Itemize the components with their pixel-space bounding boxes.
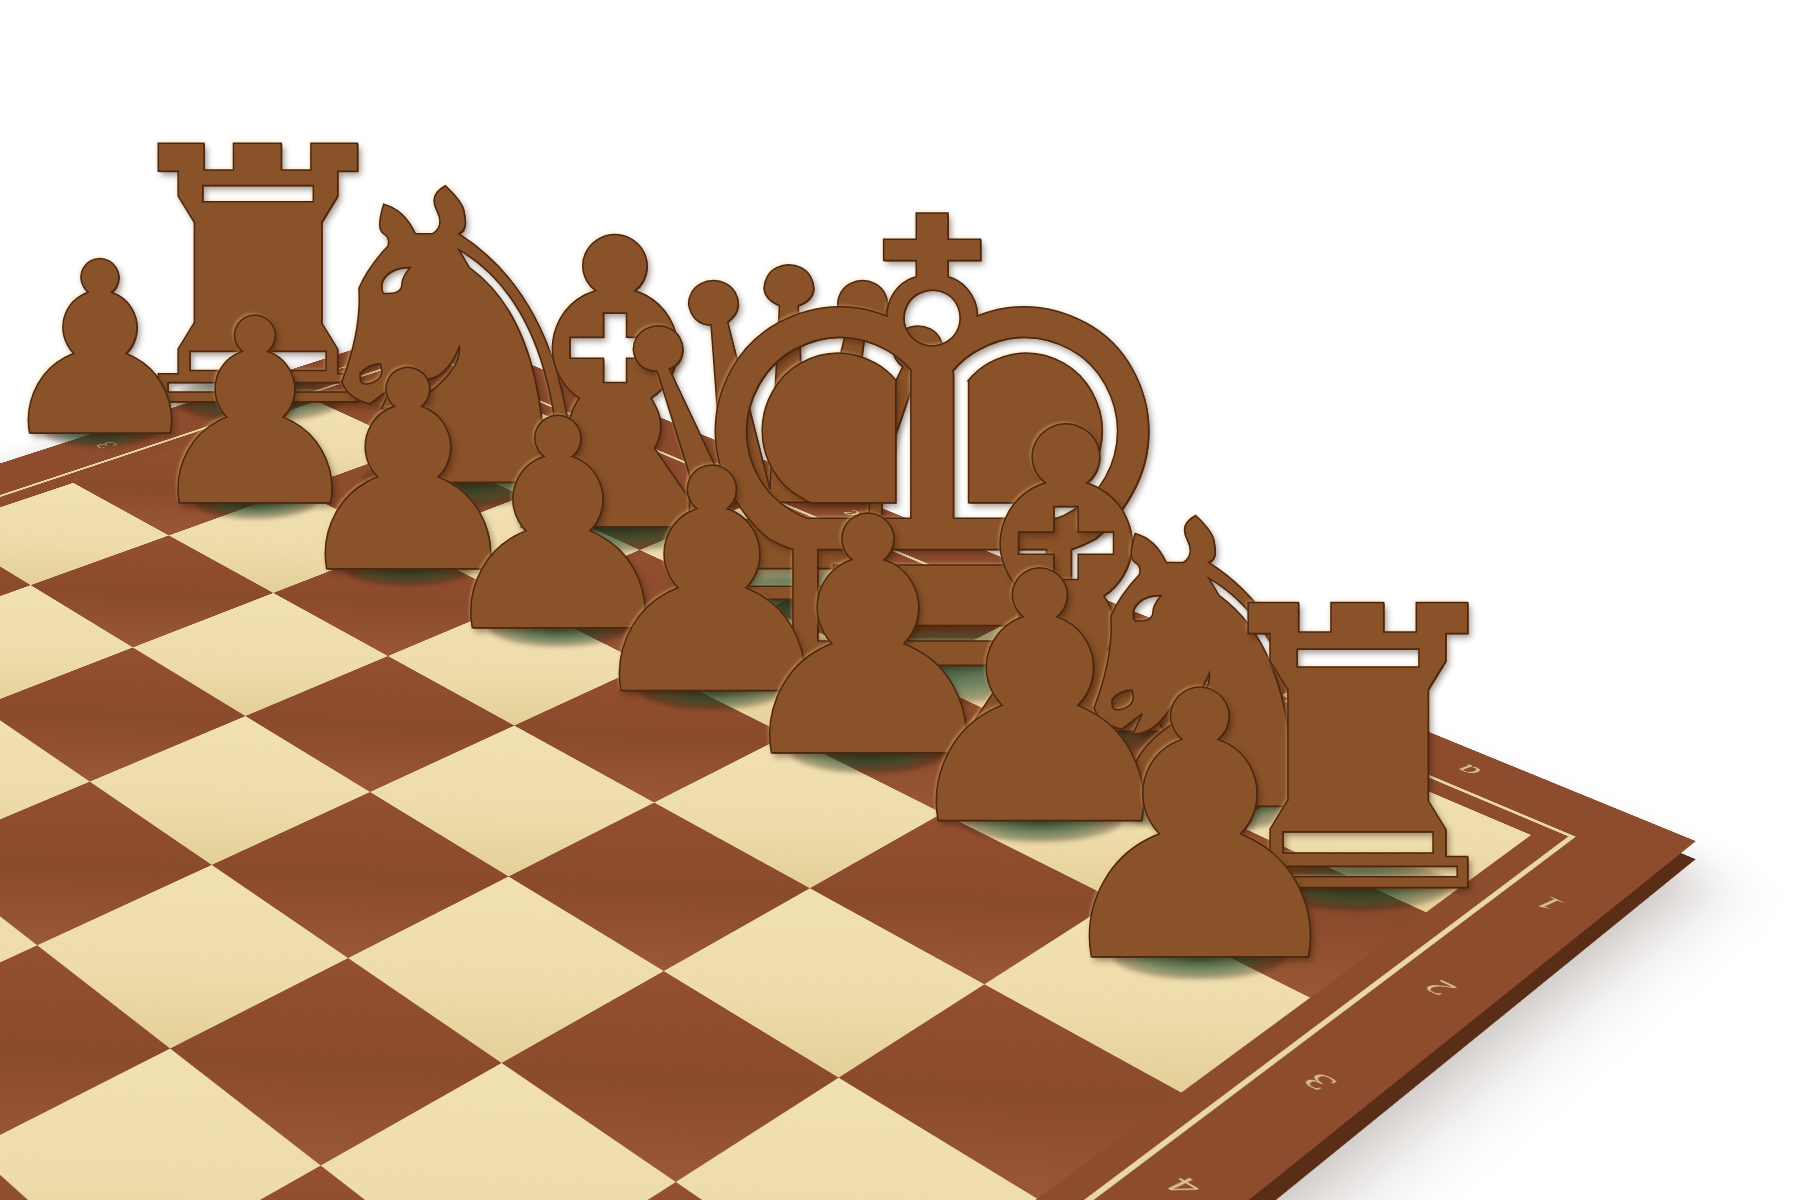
file-label-top-d: d [968,562,999,576]
file-label-top-c: c [1114,622,1145,637]
rank-label-left-1: 1 [326,363,354,373]
rank-label-right-4: 4 [1162,1171,1208,1200]
rank-label-right-3: 3 [1298,1068,1340,1096]
file-label-top-f: f [715,458,740,468]
file-label-top-e: e [836,507,865,520]
rank-label-right-2: 2 [1421,975,1461,1000]
rank-label-left-2: 2 [213,400,242,411]
chess-board: hgfedcba1122334455667788 [0,324,1696,1200]
rank-label-left-3: 3 [91,439,122,451]
rank-label-right-1: 1 [1531,892,1568,915]
file-label-top-g: g [601,411,630,422]
chess-product-photo: hgfedcba1122334455667788 ♜♟♞♟♝♟♛♟♚♟♝♟♞♟♜… [0,0,1800,1200]
file-label-top-b: b [1274,688,1307,705]
file-label-top-a: a [1451,761,1486,780]
board-squares-grid [0,364,1531,1200]
file-label-top-h: h [497,368,525,378]
